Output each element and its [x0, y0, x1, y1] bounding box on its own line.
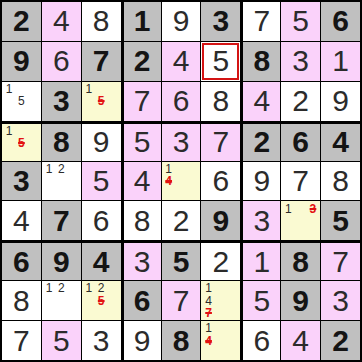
solved-digit: 9: [253, 166, 270, 196]
solved-digit: 3: [134, 247, 151, 277]
solved-digit: 7: [292, 166, 309, 196]
solved-digit: 1: [253, 247, 270, 277]
candidate-struck-4: 4: [202, 334, 214, 346]
cell-r9c5[interactable]: 8: [162, 321, 201, 360]
cell-r9c1[interactable]: 7: [2, 321, 41, 360]
solved-digit: 3: [93, 326, 110, 356]
candidate-struck-5: 5: [15, 137, 27, 149]
cell-r8c9[interactable]: 3: [321, 281, 360, 320]
given-digit: 2: [134, 46, 151, 76]
cell-r7c1[interactable]: 6: [2, 241, 41, 280]
cell-r3c2[interactable]: 3: [42, 82, 81, 121]
solved-digit: 3: [253, 206, 270, 236]
given-digit: 2: [253, 127, 270, 157]
cell-r2c9[interactable]: 1: [321, 42, 360, 81]
solved-digit: 8: [13, 286, 30, 316]
given-digit: 7: [93, 46, 110, 76]
cell-r9c8[interactable]: 4: [281, 321, 320, 360]
cell-r7c8[interactable]: 8: [281, 241, 320, 280]
given-digit: 2: [332, 326, 349, 356]
cell-r7c5[interactable]: 5: [162, 241, 201, 280]
cell-r4c3[interactable]: 9: [82, 122, 121, 161]
candidate-2: 2: [55, 163, 67, 175]
cell-r1c1[interactable]: 2: [2, 2, 41, 41]
solved-digit: 6: [253, 326, 270, 356]
cell-r9c9[interactable]: 2: [321, 321, 360, 360]
cell-r8c2[interactable]: 12: [42, 281, 81, 320]
cell-r9c7[interactable]: 6: [241, 321, 280, 360]
pencil-marks: 13: [282, 202, 319, 239]
cell-r2c3[interactable]: 7: [82, 42, 121, 81]
cell-r6c9[interactable]: 5: [321, 201, 360, 240]
solved-digit: 8: [134, 206, 151, 236]
cell-r5c9[interactable]: 8: [321, 162, 360, 201]
given-digit: 6: [292, 127, 309, 157]
given-digit: 4: [332, 127, 349, 157]
candidate-1: 1: [83, 282, 95, 294]
pencil-marks: 147: [202, 282, 239, 319]
cell-r4c4[interactable]: 5: [122, 122, 161, 161]
cell-r8c1[interactable]: 8: [2, 281, 41, 320]
sudoku-board: 2481937569672458311531576842915895372643…: [0, 0, 362, 362]
cell-r9c2[interactable]: 5: [42, 321, 81, 360]
given-digit: 9: [292, 286, 309, 316]
given-digit: 9: [13, 46, 30, 76]
solved-digit: 3: [173, 127, 190, 157]
cell-r8c5[interactable]: 7: [162, 281, 201, 320]
cell-r6c7[interactable]: 3: [241, 201, 280, 240]
cell-r2c4[interactable]: 2: [122, 42, 161, 81]
candidate-2: 2: [95, 282, 107, 294]
candidate-struck-4: 4: [163, 175, 175, 187]
pencil-marks: 15: [83, 83, 120, 120]
cell-r6c1[interactable]: 4: [2, 201, 41, 240]
solved-digit: 7: [253, 6, 270, 36]
solved-digit: 9: [173, 6, 190, 36]
given-digit: 3: [213, 6, 230, 36]
cell-r2c7[interactable]: 8: [241, 42, 280, 81]
solved-digit: 7: [13, 326, 30, 356]
pencil-marks: 14: [163, 163, 200, 200]
candidate-1: 1: [282, 202, 294, 214]
cell-r5c8[interactable]: 7: [281, 162, 320, 201]
given-digit: 9: [213, 206, 230, 236]
cell-r5c2[interactable]: 12: [42, 162, 81, 201]
cell-r5c5[interactable]: 14: [162, 162, 201, 201]
candidate-1: 1: [83, 83, 95, 95]
solved-digit: 4: [292, 326, 309, 356]
given-digit: 5: [173, 247, 190, 277]
cell-r6c4[interactable]: 8: [122, 201, 161, 240]
cell-r4c8[interactable]: 6: [281, 122, 320, 161]
given-digit: 6: [332, 6, 349, 36]
cell-r9c6[interactable]: 14: [201, 321, 240, 360]
cell-r3c4[interactable]: 7: [122, 82, 161, 121]
cell-r7c4[interactable]: 3: [122, 241, 161, 280]
candidate-1: 1: [202, 282, 214, 294]
cell-r6c6[interactable]: 9: [201, 201, 240, 240]
cell-r8c4[interactable]: 6: [122, 281, 161, 320]
solved-digit: 8: [93, 6, 110, 36]
solved-digit: 5: [53, 326, 70, 356]
cell-r5c7[interactable]: 9: [241, 162, 280, 201]
cell-r8c8[interactable]: 9: [281, 281, 320, 320]
solved-digit: 5: [253, 286, 270, 316]
cell-r7c3[interactable]: 4: [82, 241, 121, 280]
pencil-marks: 15: [3, 83, 40, 120]
given-digit: 8: [53, 127, 70, 157]
cell-r6c3[interactable]: 6: [82, 201, 121, 240]
solved-digit: 5: [93, 166, 110, 196]
given-digit: 1: [134, 6, 151, 36]
solved-digit: 1: [332, 46, 349, 76]
solved-digit: 6: [93, 206, 110, 236]
cell-r3c7[interactable]: 4: [241, 82, 280, 121]
cell-r3c5[interactable]: 6: [162, 82, 201, 121]
given-digit: 3: [53, 86, 70, 116]
candidate-1: 1: [43, 282, 55, 294]
cell-r4c9[interactable]: 4: [321, 122, 360, 161]
cell-r6c5[interactable]: 2: [162, 201, 201, 240]
candidate-2: 2: [55, 282, 67, 294]
given-digit: 7: [53, 206, 70, 236]
given-digit: 5: [332, 206, 349, 236]
cell-r1c2[interactable]: 4: [42, 2, 81, 41]
solved-digit: 5: [292, 6, 309, 36]
solved-digit: 2: [173, 206, 190, 236]
cell-r2c5[interactable]: 4: [162, 42, 201, 81]
cell-r6c8[interactable]: 13: [281, 201, 320, 240]
pencil-marks: 14: [202, 322, 239, 359]
candidate-struck-3: 3: [307, 202, 319, 214]
pencil-marks: 12: [43, 282, 80, 319]
cell-r1c3[interactable]: 8: [82, 2, 121, 41]
solved-digit: 3: [332, 286, 349, 316]
solved-digit: 4: [173, 46, 190, 76]
cell-r1c5[interactable]: 9: [162, 2, 201, 41]
pencil-marks: 15: [3, 125, 40, 160]
given-digit: 8: [292, 247, 309, 277]
given-digit: 8: [173, 326, 190, 356]
pencil-marks: 125: [83, 282, 120, 319]
given-digit: 4: [93, 247, 110, 277]
cell-r7c9[interactable]: 7: [321, 241, 360, 280]
given-digit: 3: [13, 166, 30, 196]
given-digit: 8: [253, 46, 270, 76]
solved-digit: 9: [332, 86, 349, 116]
candidate-5: 5: [15, 95, 27, 107]
candidate-1: 1: [163, 163, 175, 175]
candidate-struck-5: 5: [95, 295, 107, 307]
cell-r1c8[interactable]: 5: [281, 2, 320, 41]
candidate-4: 4: [202, 295, 214, 307]
cell-r3c6[interactable]: 8: [201, 82, 240, 121]
cell-r5c4[interactable]: 4: [122, 162, 161, 201]
candidate-1: 1: [3, 125, 15, 137]
given-digit: 9: [53, 247, 70, 277]
cell-r3c9[interactable]: 9: [321, 82, 360, 121]
candidate-struck-5: 5: [95, 95, 107, 107]
cell-r7c2[interactable]: 9: [42, 241, 81, 280]
cell-r5c3[interactable]: 5: [82, 162, 121, 201]
given-digit: 6: [134, 286, 151, 316]
cell-r1c9[interactable]: 6: [321, 2, 360, 41]
given-digit: 2: [13, 6, 30, 36]
cell-r7c7[interactable]: 1: [241, 241, 280, 280]
solved-digit: 9: [93, 127, 110, 157]
cell-r1c4[interactable]: 1: [122, 2, 161, 41]
solved-digit: 5: [134, 127, 151, 157]
solved-digit: 4: [53, 6, 70, 36]
solved-digit: 2: [213, 247, 230, 277]
candidate-1: 1: [202, 322, 214, 334]
solved-digit: 7: [213, 127, 230, 157]
cell-r3c8[interactable]: 2: [281, 82, 320, 121]
cell-r9c4[interactable]: 9: [122, 321, 161, 360]
cell-r1c7[interactable]: 7: [241, 2, 280, 41]
candidate-1: 1: [43, 163, 55, 175]
solved-digit: 6: [213, 166, 230, 196]
cell-r4c7[interactable]: 2: [241, 122, 280, 161]
cell-r1c6[interactable]: 3: [201, 2, 240, 41]
solved-digit: 7: [134, 86, 151, 116]
given-digit: 6: [13, 247, 30, 277]
solved-digit: 4: [253, 86, 270, 116]
solved-digit: 9: [134, 326, 151, 356]
solved-digit: 2: [292, 86, 309, 116]
cell-r2c2[interactable]: 6: [42, 42, 81, 81]
cell-r8c3[interactable]: 125: [82, 281, 121, 320]
solved-digit: 6: [53, 46, 70, 76]
cell-r2c1[interactable]: 9: [2, 42, 41, 81]
solved-digit: 4: [134, 166, 151, 196]
solved-digit: 6: [173, 86, 190, 116]
solved-digit: 8: [213, 86, 230, 116]
cell-r7c6[interactable]: 2: [201, 241, 240, 280]
solved-digit: 8: [332, 166, 349, 196]
cell-r4c2[interactable]: 8: [42, 122, 81, 161]
cell-r2c8[interactable]: 3: [281, 42, 320, 81]
cell-r3c3[interactable]: 15: [82, 82, 121, 121]
cell-r8c6[interactable]: 147: [201, 281, 240, 320]
cell-r2c6[interactable]: 5: [201, 42, 240, 81]
solved-digit: 7: [332, 247, 349, 277]
solved-digit: 5: [213, 46, 230, 76]
cell-r4c6[interactable]: 7: [201, 122, 240, 161]
pencil-marks: 12: [43, 163, 80, 200]
candidate-1: 1: [3, 83, 15, 95]
cell-r4c5[interactable]: 3: [162, 122, 201, 161]
solved-digit: 7: [173, 286, 190, 316]
cell-r5c6[interactable]: 6: [201, 162, 240, 201]
cell-r3c1[interactable]: 15: [2, 82, 41, 121]
cell-r9c3[interactable]: 3: [82, 321, 121, 360]
solved-digit: 3: [292, 46, 309, 76]
cell-r8c7[interactable]: 5: [241, 281, 280, 320]
cell-r5c1[interactable]: 3: [2, 162, 41, 201]
cell-r6c2[interactable]: 7: [42, 201, 81, 240]
candidate-struck-7: 7: [202, 307, 214, 319]
cell-r4c1[interactable]: 15: [2, 122, 41, 161]
solved-digit: 4: [13, 206, 30, 236]
